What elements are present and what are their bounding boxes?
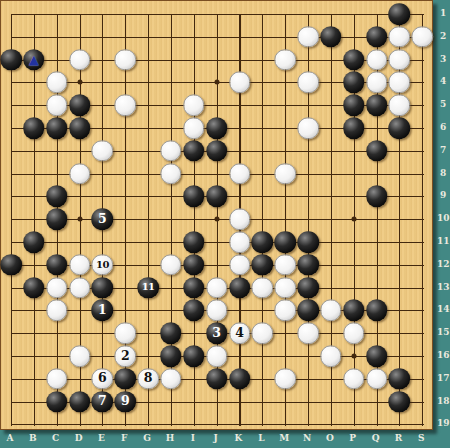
black-stone-B6[interactable] bbox=[23, 117, 45, 139]
move-number-2: 2 bbox=[121, 350, 130, 363]
star-point-J4 bbox=[214, 80, 219, 85]
col-label-K: K bbox=[235, 434, 243, 443]
black-stone-A12[interactable] bbox=[0, 254, 22, 276]
black-stone-L12[interactable] bbox=[252, 254, 274, 276]
black-stone-M11[interactable] bbox=[274, 231, 296, 253]
white-stone-N2[interactable] bbox=[297, 26, 319, 48]
col-label-A: A bbox=[7, 434, 14, 443]
black-stone-N13[interactable] bbox=[297, 277, 319, 299]
row-label-4: 4 bbox=[440, 77, 446, 86]
col-label-F: F bbox=[121, 434, 127, 443]
white-stone-F15[interactable] bbox=[115, 322, 137, 344]
white-stone-H12[interactable] bbox=[160, 254, 182, 276]
white-stone-K10[interactable] bbox=[229, 208, 251, 230]
board-grid[interactable]: ▲5111379104268 bbox=[11, 14, 424, 426]
white-stone-C17[interactable] bbox=[46, 368, 68, 390]
move-number-7: 7 bbox=[98, 395, 107, 408]
col-label-C: C bbox=[52, 434, 59, 443]
black-stone-J9[interactable] bbox=[206, 186, 228, 208]
white-stone-P15[interactable] bbox=[343, 322, 365, 344]
white-stone-C14[interactable] bbox=[46, 300, 68, 322]
white-stone-K11[interactable] bbox=[229, 231, 251, 253]
white-stone-C4[interactable] bbox=[46, 72, 68, 94]
col-label-R: R bbox=[395, 434, 402, 443]
white-stone-R4[interactable] bbox=[389, 72, 411, 94]
row-label-5: 5 bbox=[440, 100, 446, 109]
go-board[interactable]: ▲5111379104268 bbox=[0, 0, 433, 430]
black-stone-C12[interactable] bbox=[46, 254, 68, 276]
move-number-5: 5 bbox=[98, 213, 107, 226]
black-stone-L11[interactable] bbox=[252, 231, 274, 253]
col-label-B: B bbox=[29, 434, 37, 443]
white-stone-H8[interactable] bbox=[160, 163, 182, 185]
black-stone-D5[interactable] bbox=[69, 94, 91, 116]
black-stone-P3[interactable] bbox=[343, 49, 365, 71]
black-stone-E10[interactable]: 5 bbox=[92, 208, 114, 230]
white-stone-D3[interactable] bbox=[69, 49, 91, 71]
row-label-10: 10 bbox=[437, 214, 450, 223]
black-stone-I16[interactable] bbox=[183, 345, 205, 367]
white-stone-Q17[interactable] bbox=[366, 368, 388, 390]
white-stone-M3[interactable] bbox=[274, 49, 296, 71]
black-stone-B3[interactable]: ▲ bbox=[23, 49, 45, 71]
black-stone-E14[interactable]: 1 bbox=[92, 300, 114, 322]
white-stone-K8[interactable] bbox=[229, 163, 251, 185]
white-stone-I6[interactable] bbox=[183, 117, 205, 139]
move-number-10: 10 bbox=[96, 260, 109, 270]
row-label-7: 7 bbox=[440, 145, 446, 154]
black-stone-G13[interactable]: 11 bbox=[137, 277, 159, 299]
white-stone-L15[interactable] bbox=[252, 322, 274, 344]
row-label-15: 15 bbox=[437, 328, 450, 337]
white-stone-Q3[interactable] bbox=[366, 49, 388, 71]
black-stone-J6[interactable] bbox=[206, 117, 228, 139]
row-label-18: 18 bbox=[437, 396, 450, 405]
black-stone-R6[interactable] bbox=[389, 117, 411, 139]
black-stone-C6[interactable] bbox=[46, 117, 68, 139]
star-point-P10 bbox=[351, 217, 356, 222]
white-stone-C5[interactable] bbox=[46, 94, 68, 116]
row-label-12: 12 bbox=[437, 259, 450, 268]
move-number-11: 11 bbox=[142, 283, 155, 293]
white-stone-D12[interactable] bbox=[69, 254, 91, 276]
col-label-P: P bbox=[349, 434, 356, 443]
row-label-8: 8 bbox=[440, 168, 446, 177]
triangle-marker-icon: ▲ bbox=[29, 53, 39, 66]
white-stone-F3[interactable] bbox=[115, 49, 137, 71]
white-stone-F16[interactable]: 2 bbox=[115, 345, 137, 367]
white-stone-C13[interactable] bbox=[46, 277, 68, 299]
black-stone-B13[interactable] bbox=[23, 277, 45, 299]
col-label-J: J bbox=[214, 434, 218, 443]
white-stone-G17[interactable]: 8 bbox=[137, 368, 159, 390]
move-number-3: 3 bbox=[212, 327, 221, 340]
row-label-9: 9 bbox=[440, 191, 446, 200]
white-stone-K12[interactable] bbox=[229, 254, 251, 276]
move-number-1: 1 bbox=[98, 304, 107, 317]
white-stone-I5[interactable] bbox=[183, 94, 205, 116]
black-stone-F17[interactable] bbox=[115, 368, 137, 390]
col-label-N: N bbox=[303, 434, 311, 443]
white-stone-J13[interactable] bbox=[206, 277, 228, 299]
white-stone-L13[interactable] bbox=[252, 277, 274, 299]
black-stone-B11[interactable] bbox=[23, 231, 45, 253]
black-stone-J15[interactable]: 3 bbox=[206, 322, 228, 344]
white-stone-J14[interactable] bbox=[206, 300, 228, 322]
black-stone-P6[interactable] bbox=[343, 117, 365, 139]
black-stone-Q2[interactable] bbox=[366, 26, 388, 48]
white-stone-E12[interactable]: 10 bbox=[92, 254, 114, 276]
row-label-2: 2 bbox=[440, 31, 446, 40]
black-stone-D6[interactable] bbox=[69, 117, 91, 139]
white-stone-P17[interactable] bbox=[343, 368, 365, 390]
black-stone-Q5[interactable] bbox=[366, 94, 388, 116]
black-stone-D18[interactable] bbox=[69, 391, 91, 413]
black-stone-Q14[interactable] bbox=[366, 300, 388, 322]
move-number-6: 6 bbox=[98, 373, 107, 386]
black-stone-K13[interactable] bbox=[229, 277, 251, 299]
white-stone-S2[interactable] bbox=[412, 26, 434, 48]
col-label-I: I bbox=[191, 434, 195, 443]
black-stone-J7[interactable] bbox=[206, 140, 228, 162]
black-stone-Q16[interactable] bbox=[366, 345, 388, 367]
white-stone-E17[interactable]: 6 bbox=[92, 368, 114, 390]
white-stone-E7[interactable] bbox=[92, 140, 114, 162]
black-stone-R1[interactable] bbox=[389, 3, 411, 25]
white-stone-N6[interactable] bbox=[297, 117, 319, 139]
go-diagram-page: { "game": "go", "board": { "size": 19, "… bbox=[0, 0, 450, 448]
black-stone-K17[interactable] bbox=[229, 368, 251, 390]
white-stone-K4[interactable] bbox=[229, 72, 251, 94]
row-label-6: 6 bbox=[440, 123, 446, 132]
black-stone-H16[interactable] bbox=[160, 345, 182, 367]
move-number-4: 4 bbox=[235, 327, 244, 340]
white-stone-N4[interactable] bbox=[297, 72, 319, 94]
black-stone-E18[interactable]: 7 bbox=[92, 391, 114, 413]
row-label-3: 3 bbox=[440, 54, 446, 63]
white-stone-M8[interactable] bbox=[274, 163, 296, 185]
row-label-1: 1 bbox=[440, 9, 446, 18]
black-stone-N14[interactable] bbox=[297, 300, 319, 322]
row-label-17: 17 bbox=[437, 373, 450, 382]
white-stone-M14[interactable] bbox=[274, 300, 296, 322]
col-label-H: H bbox=[166, 434, 175, 443]
row-label-13: 13 bbox=[437, 282, 450, 291]
black-stone-P4[interactable] bbox=[343, 72, 365, 94]
white-stone-Q4[interactable] bbox=[366, 72, 388, 94]
white-stone-H17[interactable] bbox=[160, 368, 182, 390]
col-label-E: E bbox=[98, 434, 105, 443]
col-label-M: M bbox=[279, 434, 289, 443]
white-stone-D8[interactable] bbox=[69, 163, 91, 185]
black-stone-N12[interactable] bbox=[297, 254, 319, 276]
black-stone-I11[interactable] bbox=[183, 231, 205, 253]
white-stone-J16[interactable] bbox=[206, 345, 228, 367]
white-stone-O14[interactable] bbox=[320, 300, 342, 322]
white-stone-R3[interactable] bbox=[389, 49, 411, 71]
black-stone-I7[interactable] bbox=[183, 140, 205, 162]
star-point-D4 bbox=[77, 80, 82, 85]
black-stone-A3[interactable] bbox=[0, 49, 22, 71]
black-stone-C10[interactable] bbox=[46, 208, 68, 230]
white-stone-F5[interactable] bbox=[115, 94, 137, 116]
black-stone-E13[interactable] bbox=[92, 277, 114, 299]
black-stone-R18[interactable] bbox=[389, 391, 411, 413]
white-stone-M17[interactable] bbox=[274, 368, 296, 390]
col-label-D: D bbox=[75, 434, 83, 443]
black-stone-I14[interactable] bbox=[183, 300, 205, 322]
row-label-11: 11 bbox=[437, 237, 450, 246]
black-stone-I12[interactable] bbox=[183, 254, 205, 276]
black-stone-C18[interactable] bbox=[46, 391, 68, 413]
row-label-16: 16 bbox=[437, 351, 450, 360]
black-stone-R17[interactable] bbox=[389, 368, 411, 390]
white-stone-K15[interactable]: 4 bbox=[229, 322, 251, 344]
white-stone-O16[interactable] bbox=[320, 345, 342, 367]
black-stone-C9[interactable] bbox=[46, 186, 68, 208]
black-stone-N11[interactable] bbox=[297, 231, 319, 253]
row-label-14: 14 bbox=[437, 305, 450, 314]
white-stone-D16[interactable] bbox=[69, 345, 91, 367]
col-label-S: S bbox=[418, 434, 425, 443]
black-stone-H15[interactable] bbox=[160, 322, 182, 344]
col-label-G: G bbox=[143, 434, 151, 443]
white-stone-R5[interactable] bbox=[389, 94, 411, 116]
star-point-P16 bbox=[351, 354, 356, 359]
white-stone-H7[interactable] bbox=[160, 140, 182, 162]
col-label-L: L bbox=[258, 434, 264, 443]
row-label-19: 19 bbox=[437, 419, 450, 428]
white-stone-R2[interactable] bbox=[389, 26, 411, 48]
move-number-8: 8 bbox=[144, 373, 153, 386]
black-stone-I9[interactable] bbox=[183, 186, 205, 208]
white-stone-N15[interactable] bbox=[297, 322, 319, 344]
black-stone-F18[interactable]: 9 bbox=[115, 391, 137, 413]
black-stone-P14[interactable] bbox=[343, 300, 365, 322]
star-point-D10 bbox=[77, 217, 82, 222]
black-stone-O2[interactable] bbox=[320, 26, 342, 48]
col-label-Q: Q bbox=[372, 434, 380, 443]
white-stone-M13[interactable] bbox=[274, 277, 296, 299]
white-stone-D13[interactable] bbox=[69, 277, 91, 299]
black-stone-J17[interactable] bbox=[206, 368, 228, 390]
black-stone-P5[interactable] bbox=[343, 94, 365, 116]
black-stone-Q9[interactable] bbox=[366, 186, 388, 208]
star-point-J10 bbox=[214, 217, 219, 222]
white-stone-M12[interactable] bbox=[274, 254, 296, 276]
black-stone-I13[interactable] bbox=[183, 277, 205, 299]
move-number-9: 9 bbox=[121, 395, 130, 408]
black-stone-Q7[interactable] bbox=[366, 140, 388, 162]
col-label-O: O bbox=[326, 434, 334, 443]
